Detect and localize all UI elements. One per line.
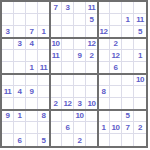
cell-r2c12[interactable]: 11 [134,14,146,26]
cell-r12c5[interactable] [50,134,62,146]
cell-r4c1[interactable] [2,38,14,50]
cell-r1c1[interactable] [2,2,14,14]
sudoku-board: 7311511137112534101221192121111610114982… [0,0,148,148]
cell-r7c2[interactable] [14,74,26,86]
cell-r1c3[interactable] [26,2,38,14]
cell-r10c10[interactable] [110,110,122,122]
cell-r5c1[interactable] [2,50,14,62]
cell-r1c10[interactable] [110,2,122,14]
cell-r5c10[interactable]: 12 [110,50,122,62]
cell-r10c7[interactable]: 10 [74,110,86,122]
cell-r2c10[interactable] [110,14,122,26]
cell-r12c12[interactable] [134,134,146,146]
cell-r2c7[interactable] [74,14,86,26]
cell-r11c12[interactable]: 2 [134,122,146,134]
cell-r7c6[interactable] [62,74,74,86]
cell-r7c5[interactable] [50,74,62,86]
cell-r4c6[interactable] [62,38,74,50]
cell-r7c7[interactable] [74,74,86,86]
cell-r4c5[interactable]: 10 [50,38,62,50]
cell-r7c9[interactable] [98,74,110,86]
cell-r4c10[interactable]: 2 [110,38,122,50]
cell-r7c12[interactable]: 10 [134,74,146,86]
cell-r11c11[interactable]: 7 [122,122,134,134]
cell-r1c9[interactable] [98,2,110,14]
cell-r5c9[interactable] [98,50,110,62]
cell-r5c11[interactable] [122,50,134,62]
cell-r1c11[interactable] [122,2,134,14]
cell-r7c10[interactable] [110,74,122,86]
cell-r8c3[interactable]: 9 [26,86,38,98]
cell-r2c11[interactable]: 1 [122,14,134,26]
cell-r1c6[interactable]: 3 [62,2,74,14]
cell-r12c1[interactable] [2,134,14,146]
cell-r12c3[interactable] [26,134,38,146]
cell-r10c12[interactable] [134,110,146,122]
cell-r10c2[interactable]: 1 [14,110,26,122]
cell-r10c1[interactable]: 9 [2,110,14,122]
box-divider-horizontal-2 [2,73,146,75]
cell-r11c9[interactable]: 1 [98,122,110,134]
cell-r7c1[interactable] [2,74,14,86]
cell-r2c9[interactable] [98,14,110,26]
cell-r11c3[interactable] [26,122,38,134]
cell-r5c2[interactable] [14,50,26,62]
cell-r2c5[interactable] [50,14,62,26]
cell-r5c12[interactable]: 1 [134,50,146,62]
box-divider-horizontal-1 [2,37,146,39]
cell-r4c9[interactable] [98,38,110,50]
cell-r2c1[interactable] [2,14,14,26]
cell-r5c7[interactable]: 9 [74,50,86,62]
cell-r1c7[interactable] [74,2,86,14]
cell-r8c9[interactable]: 8 [98,86,110,98]
cell-r11c5[interactable] [50,122,62,134]
cell-r5c3[interactable] [26,50,38,62]
cell-r12c6[interactable] [62,134,74,146]
cell-r11c6[interactable]: 6 [62,122,74,134]
cell-r4c7[interactable] [74,38,86,50]
cell-r11c2[interactable] [14,122,26,134]
cell-r8c11[interactable] [122,86,134,98]
cell-r10c6[interactable] [62,110,74,122]
cell-r4c12[interactable] [134,38,146,50]
cell-r1c5[interactable]: 7 [50,2,62,14]
cell-r8c10[interactable] [110,86,122,98]
cell-r12c9[interactable] [98,134,110,146]
cell-r4c3[interactable]: 4 [26,38,38,50]
cell-r8c2[interactable]: 4 [14,86,26,98]
cell-r8c1[interactable]: 11 [2,86,14,98]
cell-r10c3[interactable] [26,110,38,122]
cell-r5c6[interactable] [62,50,74,62]
cell-r8c12[interactable] [134,86,146,98]
cell-r11c1[interactable] [2,122,14,134]
box-divider-horizontal-3 [2,109,146,111]
cell-r7c3[interactable] [26,74,38,86]
cell-r2c6[interactable] [62,14,74,26]
cell-r8c5[interactable] [50,86,62,98]
cell-r8c6[interactable] [62,86,74,98]
cell-r12c7[interactable]: 2 [74,134,86,146]
cell-r12c2[interactable]: 6 [14,134,26,146]
cell-r2c2[interactable] [14,14,26,26]
cell-r11c7[interactable] [74,122,86,134]
cell-r7c11[interactable] [122,74,134,86]
cell-r4c2[interactable]: 3 [14,38,26,50]
cell-r1c12[interactable] [134,2,146,14]
cell-r1c2[interactable] [14,2,26,14]
cell-r8c7[interactable] [74,86,86,98]
cell-r11c10[interactable]: 10 [110,122,122,134]
cell-r12c11[interactable] [122,134,134,146]
cell-r12c10[interactable] [110,134,122,146]
cell-r10c9[interactable] [98,110,110,122]
cell-r2c3[interactable] [26,14,38,26]
cell-r4c11[interactable] [122,38,134,50]
cell-r10c11[interactable]: 5 [122,110,134,122]
cell-r10c5[interactable] [50,110,62,122]
cell-r5c5[interactable]: 11 [50,50,62,62]
